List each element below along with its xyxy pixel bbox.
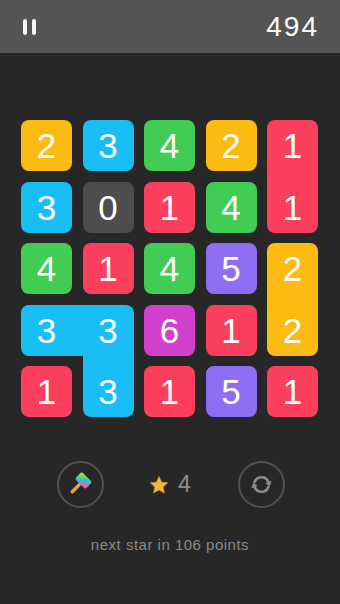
tile-r1c5[interactable]: 1 [267, 120, 318, 182]
tile-r5c2[interactable]: 3 [83, 366, 134, 417]
tile-number: 5 [206, 366, 257, 417]
star-icon [149, 475, 169, 495]
tile-number: 3 [83, 305, 134, 356]
tile-number: 4 [21, 243, 72, 294]
tile-r4c3[interactable]: 6 [144, 305, 195, 356]
tile-number: 1 [83, 243, 134, 294]
pause-icon [23, 19, 27, 35]
tile-number: 0 [83, 182, 134, 233]
tile-number: 1 [206, 305, 257, 356]
tile-r1c2[interactable]: 3 [83, 120, 134, 171]
tile-r1c1[interactable]: 2 [21, 120, 72, 171]
tile-r3c3[interactable]: 4 [144, 243, 195, 294]
tile-number: 3 [83, 366, 134, 417]
tile-number: 3 [21, 305, 72, 356]
header-bar: 494 [0, 0, 340, 53]
tile-number: 1 [144, 366, 195, 417]
tile-r4c2[interactable]: 3 [83, 305, 134, 367]
tile-r2c4[interactable]: 4 [206, 182, 257, 233]
tile-number: 1 [267, 366, 318, 417]
star-counter: 4 [0, 461, 340, 508]
tile-number: 4 [144, 243, 195, 294]
tile-r3c4[interactable]: 5 [206, 243, 257, 294]
tile-number: 3 [21, 182, 72, 233]
refresh-icon [248, 471, 275, 498]
tile-r5c5[interactable]: 1 [267, 366, 318, 417]
tile-r1c3[interactable]: 4 [144, 120, 195, 171]
tile-number: 3 [83, 120, 134, 171]
tile-number: 1 [21, 366, 72, 417]
rainbow-hammer-icon [65, 469, 97, 501]
tile-r5c1[interactable]: 1 [21, 366, 72, 417]
board: 2342113014414522333611151 [21, 120, 319, 418]
tile-number: 2 [267, 305, 318, 356]
tile-r2c3[interactable]: 1 [144, 182, 195, 233]
tile-r2c1[interactable]: 3 [21, 182, 72, 233]
tile-number: 2 [267, 243, 318, 294]
tile-r3c2[interactable]: 1 [83, 243, 134, 294]
hammer-button[interactable] [57, 461, 104, 508]
tile-r5c4[interactable]: 5 [206, 366, 257, 417]
refresh-button[interactable] [238, 461, 285, 508]
tile-number: 5 [206, 243, 257, 294]
tile-r2c2[interactable]: 0 [83, 182, 134, 233]
next-star-status: next star in 106 points [0, 536, 340, 553]
pause-button[interactable] [21, 15, 38, 39]
tile-r3c1[interactable]: 4 [21, 243, 72, 294]
tile-number: 1 [144, 182, 195, 233]
tile-number: 6 [144, 305, 195, 356]
tile-r4c1[interactable]: 3 [21, 305, 83, 356]
tile-r3c5[interactable]: 2 [267, 243, 318, 305]
tile-number: 4 [144, 120, 195, 171]
tile-r5c3[interactable]: 1 [144, 366, 195, 417]
tile-number: 2 [206, 120, 257, 171]
tile-r4c4[interactable]: 1 [206, 305, 257, 356]
tile-number: 1 [267, 182, 318, 233]
tile-number: 2 [21, 120, 72, 171]
score-display: 494 [266, 13, 319, 41]
tile-number: 4 [206, 182, 257, 233]
pause-icon [32, 19, 36, 35]
tile-r4c5[interactable]: 2 [267, 305, 318, 356]
tile-r1c4[interactable]: 2 [206, 120, 257, 171]
tile-number: 1 [267, 120, 318, 171]
star-count: 4 [178, 473, 191, 496]
tile-r2c5[interactable]: 1 [267, 182, 318, 233]
